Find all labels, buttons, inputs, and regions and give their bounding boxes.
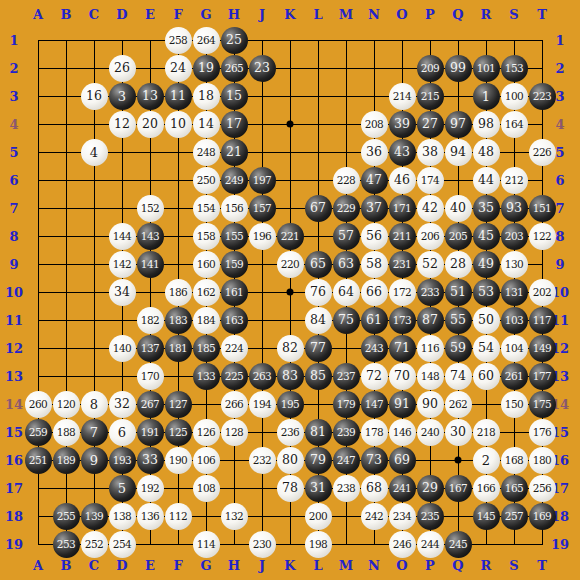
white-stone-P14: 90 (417, 391, 444, 418)
white-stone-P8: 206 (417, 223, 444, 250)
black-stone-R2: 101 (473, 55, 500, 82)
move-number: 196 (253, 231, 272, 242)
black-stone-O16: 69 (389, 447, 416, 474)
move-number: 112 (169, 511, 188, 522)
column-label-L: L (304, 0, 332, 28)
move-number: 12 (114, 118, 130, 131)
move-number: 7 (90, 426, 98, 439)
move-number: 209 (421, 63, 440, 74)
move-number: 168 (505, 455, 524, 466)
white-stone-A14: 260 (25, 391, 52, 418)
move-number: 98 (478, 118, 494, 131)
move-number: 55 (450, 314, 466, 327)
white-stone-D12: 140 (109, 335, 136, 362)
stones-layer: 2582642526241926523209991011531631311181… (24, 26, 556, 558)
black-stone-Q19: 245 (445, 531, 472, 558)
move-number: 230 (253, 539, 272, 550)
black-stone-J13: 263 (249, 363, 276, 390)
move-number: 83 (282, 370, 298, 383)
move-number: 17 (226, 118, 242, 131)
move-number: 20 (142, 118, 158, 131)
move-number: 71 (394, 342, 410, 355)
move-number: 74 (450, 370, 466, 383)
black-stone-F15: 125 (165, 419, 192, 446)
move-number: 38 (422, 146, 438, 159)
black-stone-J2: 23 (249, 55, 276, 82)
go-board-diagram: ABCDEFGHJKLMNOPQRST ABCDEFGHJKLMNOPQRST … (0, 0, 580, 580)
move-number: 141 (141, 259, 160, 270)
move-number: 61 (366, 314, 382, 327)
move-number: 10 (170, 118, 186, 131)
black-stone-P4: 27 (417, 111, 444, 138)
white-stone-G9: 160 (193, 251, 220, 278)
move-number: 46 (394, 174, 410, 187)
move-number: 130 (505, 259, 524, 270)
black-stone-M8: 57 (333, 223, 360, 250)
column-label-M: M (332, 0, 360, 28)
move-number: 257 (505, 511, 524, 522)
black-stone-T14: 175 (529, 391, 556, 418)
column-label-G: G (192, 0, 220, 28)
white-stone-P15: 240 (417, 419, 444, 446)
white-stone-N13: 72 (361, 363, 388, 390)
move-number: 253 (57, 539, 76, 550)
move-number: 195 (281, 399, 300, 410)
move-number: 185 (197, 343, 216, 354)
move-number: 67 (310, 202, 326, 215)
black-stone-S2: 153 (501, 55, 528, 82)
move-number: 162 (197, 287, 216, 298)
move-number: 240 (421, 427, 440, 438)
white-stone-H12: 224 (221, 335, 248, 362)
column-label-C: C (80, 0, 108, 28)
black-stone-N16: 73 (361, 447, 388, 474)
move-number: 265 (225, 63, 244, 74)
move-number: 6 (118, 426, 126, 439)
move-number: 250 (197, 175, 216, 186)
white-stone-T5: 226 (529, 139, 556, 166)
white-stone-D18: 138 (109, 503, 136, 530)
white-stone-N18: 242 (361, 503, 388, 530)
white-stone-R5: 48 (473, 139, 500, 166)
white-stone-C3: 16 (81, 83, 108, 110)
move-number: 47 (366, 174, 382, 187)
black-stone-N7: 37 (361, 195, 388, 222)
move-number: 233 (421, 287, 440, 298)
move-number: 90 (422, 398, 438, 411)
black-stone-T13: 177 (529, 363, 556, 390)
move-number: 42 (422, 202, 438, 215)
move-number: 26 (114, 62, 130, 75)
move-number: 56 (366, 230, 382, 243)
white-stone-G6: 250 (193, 167, 220, 194)
black-stone-O12: 71 (389, 335, 416, 362)
black-stone-F3: 11 (165, 83, 192, 110)
move-number: 108 (197, 483, 216, 494)
move-number: 99 (450, 62, 466, 75)
white-stone-R12: 54 (473, 335, 500, 362)
column-label-J: J (248, 0, 276, 28)
white-stone-R13: 60 (473, 363, 500, 390)
white-stone-F4: 10 (165, 111, 192, 138)
move-number: 190 (169, 455, 188, 466)
black-stone-F12: 181 (165, 335, 192, 362)
black-stone-S7: 93 (501, 195, 528, 222)
white-stone-M17: 238 (333, 475, 360, 502)
white-stone-O15: 146 (389, 419, 416, 446)
black-stone-P11: 87 (417, 307, 444, 334)
white-stone-H18: 132 (221, 503, 248, 530)
move-number: 91 (394, 398, 410, 411)
move-number: 180 (533, 455, 552, 466)
move-number: 33 (142, 454, 158, 467)
move-number: 244 (421, 539, 440, 550)
move-number: 114 (197, 539, 216, 550)
white-stone-P13: 148 (417, 363, 444, 390)
move-number: 148 (421, 371, 440, 382)
black-stone-B18: 255 (53, 503, 80, 530)
white-stone-M6: 228 (333, 167, 360, 194)
move-number: 31 (310, 482, 326, 495)
move-number: 63 (338, 258, 354, 271)
move-number: 27 (422, 118, 438, 131)
black-stone-O17: 241 (389, 475, 416, 502)
move-number: 84 (310, 314, 326, 327)
white-stone-R6: 44 (473, 167, 500, 194)
black-stone-A15: 259 (25, 419, 52, 446)
white-stone-R4: 98 (473, 111, 500, 138)
black-stone-Q2: 99 (445, 55, 472, 82)
white-stone-D8: 144 (109, 223, 136, 250)
move-number: 179 (337, 399, 356, 410)
white-stone-O18: 234 (389, 503, 416, 530)
white-stone-F1: 258 (165, 27, 192, 54)
black-stone-Q10: 51 (445, 279, 472, 306)
move-number: 191 (141, 427, 160, 438)
white-stone-G19: 114 (193, 531, 220, 558)
move-number: 16 (86, 90, 102, 103)
move-number: 128 (225, 427, 244, 438)
black-stone-R8: 45 (473, 223, 500, 250)
black-stone-H10: 161 (221, 279, 248, 306)
white-stone-H7: 156 (221, 195, 248, 222)
move-number: 237 (337, 371, 356, 382)
column-label-A: A (24, 0, 52, 28)
move-number: 58 (366, 258, 382, 271)
white-stone-O3: 214 (389, 83, 416, 110)
move-number: 19 (198, 62, 214, 75)
black-stone-S8: 203 (501, 223, 528, 250)
move-number: 214 (393, 91, 412, 102)
move-number: 76 (310, 286, 326, 299)
move-number: 215 (421, 91, 440, 102)
move-number: 127 (169, 399, 188, 410)
move-number: 186 (169, 287, 188, 298)
move-number: 220 (281, 259, 300, 270)
white-stone-N15: 178 (361, 419, 388, 446)
move-number: 60 (478, 370, 494, 383)
white-stone-G10: 162 (193, 279, 220, 306)
black-stone-R3: 1 (473, 83, 500, 110)
move-number: 78 (282, 482, 298, 495)
move-number: 172 (393, 287, 412, 298)
white-stone-S12: 104 (501, 335, 528, 362)
move-number: 40 (450, 202, 466, 215)
move-number: 225 (225, 371, 244, 382)
black-stone-D3: 3 (109, 83, 136, 110)
move-number: 165 (505, 483, 524, 494)
white-stone-B15: 188 (53, 419, 80, 446)
move-number: 228 (337, 175, 356, 186)
white-stone-R11: 50 (473, 307, 500, 334)
move-number: 169 (533, 511, 552, 522)
move-number: 178 (365, 427, 384, 438)
white-stone-O6: 46 (389, 167, 416, 194)
black-stone-B19: 253 (53, 531, 80, 558)
black-stone-L9: 65 (305, 251, 332, 278)
move-number: 189 (57, 455, 76, 466)
move-number: 153 (505, 63, 524, 74)
move-number: 4 (90, 146, 98, 159)
black-stone-R9: 49 (473, 251, 500, 278)
white-stone-D9: 142 (109, 251, 136, 278)
column-label-Q: Q (444, 0, 472, 28)
white-stone-T10: 202 (529, 279, 556, 306)
white-stone-S4: 164 (501, 111, 528, 138)
white-stone-H15: 128 (221, 419, 248, 446)
white-stone-H14: 266 (221, 391, 248, 418)
move-number: 181 (169, 343, 188, 354)
white-stone-P7: 42 (417, 195, 444, 222)
black-stone-Q4: 97 (445, 111, 472, 138)
column-label-O: O (388, 0, 416, 28)
black-stone-H13: 225 (221, 363, 248, 390)
move-number: 251 (29, 455, 48, 466)
white-stone-T17: 256 (529, 475, 556, 502)
black-stone-H2: 265 (221, 55, 248, 82)
move-number: 255 (57, 511, 76, 522)
black-stone-E8: 143 (137, 223, 164, 250)
black-stone-Q17: 167 (445, 475, 472, 502)
move-number: 159 (225, 259, 244, 270)
white-stone-G5: 248 (193, 139, 220, 166)
white-stone-N17: 68 (361, 475, 388, 502)
black-stone-R7: 35 (473, 195, 500, 222)
move-number: 73 (366, 454, 382, 467)
move-number: 57 (338, 230, 354, 243)
move-number: 160 (197, 259, 216, 270)
move-number: 13 (142, 90, 158, 103)
move-number: 100 (505, 91, 524, 102)
move-number: 143 (141, 231, 160, 242)
black-stone-O4: 39 (389, 111, 416, 138)
move-number: 5 (118, 482, 126, 495)
column-label-K: K (276, 0, 304, 28)
white-stone-K9: 220 (277, 251, 304, 278)
black-stone-D17: 5 (109, 475, 136, 502)
column-label-B: B (52, 0, 80, 28)
black-stone-T3: 223 (529, 83, 556, 110)
black-stone-R18: 145 (473, 503, 500, 530)
move-number: 75 (338, 314, 354, 327)
white-stone-Q9: 28 (445, 251, 472, 278)
white-stone-R17: 166 (473, 475, 500, 502)
move-number: 226 (533, 147, 552, 158)
white-stone-C19: 252 (81, 531, 108, 558)
move-number: 15 (226, 90, 242, 103)
move-number: 30 (450, 426, 466, 439)
black-stone-F14: 127 (165, 391, 192, 418)
column-label-T: T (528, 0, 556, 28)
move-number: 142 (113, 259, 132, 270)
black-stone-H11: 163 (221, 307, 248, 334)
white-stone-G8: 158 (193, 223, 220, 250)
black-stone-S11: 103 (501, 307, 528, 334)
white-stone-P6: 174 (417, 167, 444, 194)
move-number: 211 (393, 231, 412, 242)
move-number: 206 (421, 231, 440, 242)
move-number: 174 (421, 175, 440, 186)
move-number: 1 (482, 90, 490, 103)
move-number: 139 (85, 511, 104, 522)
move-number: 87 (422, 314, 438, 327)
white-stone-O13: 70 (389, 363, 416, 390)
black-stone-M7: 229 (333, 195, 360, 222)
white-stone-D15: 6 (109, 419, 136, 446)
move-number: 37 (366, 202, 382, 215)
move-number: 2 (482, 454, 490, 467)
move-number: 70 (394, 370, 410, 383)
black-stone-P17: 29 (417, 475, 444, 502)
black-stone-H5: 21 (221, 139, 248, 166)
white-stone-T16: 180 (529, 447, 556, 474)
move-number: 155 (225, 231, 244, 242)
black-stone-N14: 147 (361, 391, 388, 418)
white-stone-K15: 236 (277, 419, 304, 446)
white-stone-E4: 20 (137, 111, 164, 138)
move-number: 167 (449, 483, 468, 494)
white-stone-Q5: 94 (445, 139, 472, 166)
black-stone-O14: 91 (389, 391, 416, 418)
white-stone-Q13: 74 (445, 363, 472, 390)
column-label-D: D (108, 0, 136, 28)
move-number: 23 (254, 62, 270, 75)
move-number: 182 (141, 315, 160, 326)
white-stone-G11: 184 (193, 307, 220, 334)
black-stone-P2: 209 (417, 55, 444, 82)
move-number: 101 (477, 63, 496, 74)
black-stone-M9: 63 (333, 251, 360, 278)
move-number: 231 (393, 259, 412, 270)
white-stone-K16: 80 (277, 447, 304, 474)
black-stone-T11: 117 (529, 307, 556, 334)
white-stone-F18: 112 (165, 503, 192, 530)
white-stone-S3: 100 (501, 83, 528, 110)
move-number: 79 (310, 454, 326, 467)
move-number: 28 (450, 258, 466, 271)
white-stone-L11: 84 (305, 307, 332, 334)
move-number: 262 (449, 399, 468, 410)
move-number: 197 (253, 175, 272, 186)
move-number: 3 (118, 90, 126, 103)
move-number: 198 (309, 539, 328, 550)
move-number: 116 (421, 343, 440, 354)
move-number: 8 (90, 398, 98, 411)
white-stone-L10: 76 (305, 279, 332, 306)
move-number: 161 (225, 287, 244, 298)
move-number: 29 (422, 482, 438, 495)
black-stone-H4: 17 (221, 111, 248, 138)
move-number: 138 (113, 511, 132, 522)
black-stone-N11: 61 (361, 307, 388, 334)
white-stone-D2: 26 (109, 55, 136, 82)
move-number: 18 (198, 90, 214, 103)
move-number: 252 (85, 539, 104, 550)
black-stone-H3: 15 (221, 83, 248, 110)
column-labels-top: ABCDEFGHJKLMNOPQRST (24, 0, 556, 28)
move-number: 80 (282, 454, 298, 467)
white-stone-C5: 4 (81, 139, 108, 166)
move-number: 177 (533, 371, 552, 382)
move-number: 66 (366, 286, 382, 299)
black-stone-M16: 247 (333, 447, 360, 474)
black-stone-D16: 193 (109, 447, 136, 474)
move-number: 154 (197, 203, 216, 214)
move-number: 188 (57, 427, 76, 438)
black-stone-Q11: 55 (445, 307, 472, 334)
white-stone-D10: 34 (109, 279, 136, 306)
black-stone-L7: 67 (305, 195, 332, 222)
move-number: 152 (141, 203, 160, 214)
black-stone-L17: 31 (305, 475, 332, 502)
move-number: 145 (477, 511, 496, 522)
black-stone-H1: 25 (221, 27, 248, 54)
white-stone-N8: 56 (361, 223, 388, 250)
move-number: 192 (141, 483, 160, 494)
move-number: 59 (450, 342, 466, 355)
move-number: 120 (57, 399, 76, 410)
move-number: 50 (478, 314, 494, 327)
move-number: 156 (225, 203, 244, 214)
black-stone-E15: 191 (137, 419, 164, 446)
move-number: 35 (478, 202, 494, 215)
move-number: 241 (393, 483, 412, 494)
black-stone-M13: 237 (333, 363, 360, 390)
move-number: 260 (29, 399, 48, 410)
white-stone-B14: 120 (53, 391, 80, 418)
black-stone-E9: 141 (137, 251, 164, 278)
move-number: 11 (170, 90, 186, 103)
move-number: 232 (253, 455, 272, 466)
white-stone-J8: 196 (249, 223, 276, 250)
white-stone-N9: 58 (361, 251, 388, 278)
black-stone-P18: 235 (417, 503, 444, 530)
white-stone-K17: 78 (277, 475, 304, 502)
black-stone-H9: 159 (221, 251, 248, 278)
white-stone-J19: 230 (249, 531, 276, 558)
move-number: 21 (226, 146, 242, 159)
move-number: 140 (113, 343, 132, 354)
move-number: 136 (141, 511, 160, 522)
white-stone-P12: 116 (417, 335, 444, 362)
black-stone-H6: 249 (221, 167, 248, 194)
white-stone-P9: 52 (417, 251, 444, 278)
white-stone-O10: 172 (389, 279, 416, 306)
column-label-E: E (136, 0, 164, 28)
black-stone-K8: 221 (277, 223, 304, 250)
white-stone-G4: 14 (193, 111, 220, 138)
column-label-R: R (472, 0, 500, 28)
